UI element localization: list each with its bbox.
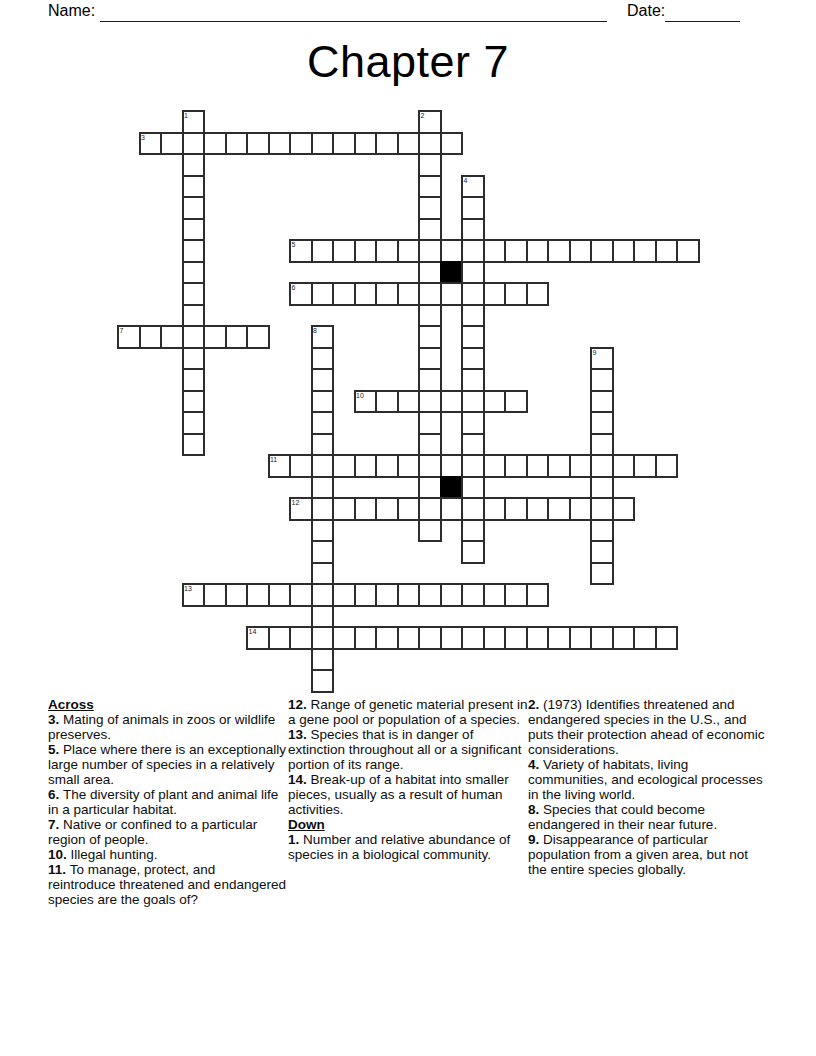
- grid-cell-r13c16[interactable]: [461, 390, 485, 414]
- grid-cell-r10c14[interactable]: [418, 325, 442, 349]
- grid-cell-r16c24[interactable]: [633, 454, 657, 478]
- worksheet-page: Name: Date: Chapter 7 123456789101112131…: [0, 0, 816, 1056]
- grid-cell-r14c14[interactable]: [418, 411, 442, 435]
- grid-cell-r19c9[interactable]: [311, 519, 335, 543]
- clue-number-1: 1: [184, 112, 188, 120]
- clue-number-label-4: 4.: [528, 757, 543, 772]
- clue-number-14: 14: [249, 628, 257, 636]
- grid-cell-r8c9[interactable]: [311, 282, 335, 306]
- grid-cell-r18c21[interactable]: [569, 497, 593, 521]
- grid-cell-r8c17[interactable]: [483, 282, 507, 306]
- grid-cell-r19c22[interactable]: [590, 519, 614, 543]
- grid-cell-r8c10[interactable]: [332, 282, 356, 306]
- clue-number-4: 4: [464, 177, 468, 185]
- grid-cell-r1c11[interactable]: [354, 132, 378, 156]
- grid-cell-r6c3[interactable]: [182, 239, 206, 263]
- clue-5: 5. Place where there is an exceptionally…: [48, 742, 286, 787]
- grid-cell-r16c10[interactable]: [332, 454, 356, 478]
- clue-3: 3. Mating of animals in zoos or wildlife…: [48, 712, 286, 742]
- grid-cell-r1c3[interactable]: [182, 132, 206, 156]
- clue-14: 14. Break-up of a habitat into smaller p…: [288, 772, 530, 817]
- grid-cell-r8c16[interactable]: [461, 282, 485, 306]
- grid-cell-r24c16[interactable]: [461, 626, 485, 650]
- grid-cell-r12c3[interactable]: [182, 368, 206, 392]
- grid-cell-r16c11[interactable]: [354, 454, 378, 478]
- grid-cell-r15c22[interactable]: [590, 433, 614, 457]
- grid-cell-r18c13[interactable]: [397, 497, 421, 521]
- grid-cell-r2c3[interactable]: [182, 153, 206, 177]
- grid-cell-r6c17[interactable]: [483, 239, 507, 263]
- grid-cell-r16c16[interactable]: [461, 454, 485, 478]
- grid-cell-r8c13[interactable]: [397, 282, 421, 306]
- grid-cell-r8c15[interactable]: [440, 282, 464, 306]
- grid-cell-r22c12[interactable]: [375, 583, 399, 607]
- grid-cell-r1c13[interactable]: [397, 132, 421, 156]
- grid-cell-r1c14[interactable]: [418, 132, 442, 156]
- grid-cell-r22c5[interactable]: [225, 583, 249, 607]
- clue-number-label-12: 12.: [288, 697, 311, 712]
- grid-cell-r8c11[interactable]: [354, 282, 378, 306]
- grid-cell-r22c11[interactable]: [354, 583, 378, 607]
- grid-cell-r22c19[interactable]: [526, 583, 550, 607]
- grid-cell-r12c9[interactable]: [311, 368, 335, 392]
- clue-number-5: 5: [292, 241, 296, 249]
- grid-cell-r10c5[interactable]: [225, 325, 249, 349]
- grid-cell-r24c12[interactable]: [375, 626, 399, 650]
- grid-cell-r14c22[interactable]: [590, 411, 614, 435]
- grid-cell-r14c16[interactable]: [461, 411, 485, 435]
- grid-cell-r6c19[interactable]: [526, 239, 550, 263]
- grid-cell-r8c18[interactable]: [504, 282, 528, 306]
- crossword-board: 1234567891011121314: [117, 110, 701, 694]
- grid-cell-r18c20[interactable]: [547, 497, 571, 521]
- grid-cell-r22c10[interactable]: [332, 583, 356, 607]
- grid-cell-r8c19[interactable]: [526, 282, 550, 306]
- clue-number-label-5: 5.: [48, 742, 63, 757]
- clue-4: 4. Variety of habitats, living communiti…: [528, 757, 768, 802]
- grid-cell-r6c15[interactable]: [440, 239, 464, 263]
- clue-number-13: 13: [184, 585, 192, 593]
- clue-number-label-10: 10.: [48, 847, 71, 862]
- grid-cell-r18c14[interactable]: [418, 497, 442, 521]
- grid-cell-r6c18[interactable]: [504, 239, 528, 263]
- grid-cell-r22c13[interactable]: [397, 583, 421, 607]
- grid-cell-r7c14[interactable]: [418, 261, 442, 285]
- clue-number-label-3: 3.: [48, 712, 63, 727]
- grid-cell-r24c22[interactable]: [590, 626, 614, 650]
- clue-8: 8. Species that could become endangered …: [528, 802, 768, 832]
- grid-cell-r18c16[interactable]: [461, 497, 485, 521]
- grid-cell-r20c9[interactable]: [311, 540, 335, 564]
- grid-cell-r19c14[interactable]: [418, 519, 442, 543]
- grid-cell-r18c10[interactable]: [332, 497, 356, 521]
- grid-cell-r18c19[interactable]: [526, 497, 550, 521]
- grid-cell-r6c12[interactable]: [375, 239, 399, 263]
- grid-cell-r2c14[interactable]: [418, 153, 442, 177]
- grid-cell-r11c14[interactable]: [418, 347, 442, 371]
- grid-cell-r15c3[interactable]: [182, 433, 206, 457]
- clue-number-label-2: 2.: [528, 697, 543, 712]
- grid-cell-r18c23[interactable]: [612, 497, 636, 521]
- grid-cell-r24c13[interactable]: [397, 626, 421, 650]
- grid-cell-r22c8[interactable]: [289, 583, 313, 607]
- grid-cell-r22c17[interactable]: [483, 583, 507, 607]
- grid-cell-r6c13[interactable]: [397, 239, 421, 263]
- clue-number-label-9: 9.: [528, 832, 543, 847]
- page-title: Chapter 7: [0, 36, 816, 88]
- clue-number-8: 8: [313, 327, 317, 335]
- grid-cell-r6c9[interactable]: [311, 239, 335, 263]
- grid-cell-r13c13[interactable]: [397, 390, 421, 414]
- grid-cell-r16c15[interactable]: [440, 454, 464, 478]
- grid-cell-r9c16[interactable]: [461, 304, 485, 328]
- grid-cell-r11c3[interactable]: [182, 347, 206, 371]
- grid-cell-r22c18[interactable]: [504, 583, 528, 607]
- grid-cell-r22c7[interactable]: [268, 583, 292, 607]
- grid-cell-r26c9[interactable]: [311, 669, 335, 693]
- clue-9: 9. Disappearance of particular populatio…: [528, 832, 768, 877]
- clue-number-label-14: 14.: [288, 772, 311, 787]
- clues-column-3: 2. (1973) Identifies threatened and enda…: [528, 697, 768, 877]
- clue-number-6: 6: [292, 284, 296, 292]
- grid-cell-r16c21[interactable]: [569, 454, 593, 478]
- grid-cell-r13c12[interactable]: [375, 390, 399, 414]
- across-heading: Across: [48, 697, 286, 712]
- grid-cell-r12c16[interactable]: [461, 368, 485, 392]
- clue-number-9: 9: [593, 349, 597, 357]
- clue-7: 7. Native or confined to a particular re…: [48, 817, 286, 847]
- grid-cell-r18c18[interactable]: [504, 497, 528, 521]
- clue-6: 6. The diversity of plant and animal lif…: [48, 787, 286, 817]
- grid-cell-r1c7[interactable]: [268, 132, 292, 156]
- grid-cell-r10c16[interactable]: [461, 325, 485, 349]
- name-label: Name:: [48, 2, 95, 20]
- clue-number-label-13: 13.: [288, 727, 311, 742]
- grid-cell-r6c24[interactable]: [633, 239, 657, 263]
- grid-cell-r16c20[interactable]: [547, 454, 571, 478]
- grid-cell-r3c3[interactable]: [182, 175, 206, 199]
- grid-cell-r24c8[interactable]: [289, 626, 313, 650]
- grid-cell-r24c21[interactable]: [569, 626, 593, 650]
- grid-cell-r6c21[interactable]: [569, 239, 593, 263]
- clue-number-11: 11: [270, 456, 277, 464]
- grid-cell-r10c1[interactable]: [139, 325, 163, 349]
- grid-cell-r14c9[interactable]: [311, 411, 335, 435]
- clue-11: 11. To manage, protect, and reintroduce …: [48, 862, 286, 907]
- grid-cell-r24c7[interactable]: [268, 626, 292, 650]
- grid-cell-r16c13[interactable]: [397, 454, 421, 478]
- clues-column-2: 12. Range of genetic material present in…: [288, 697, 530, 862]
- grid-cell-r10c3[interactable]: [182, 325, 206, 349]
- grid-cell-r6c11[interactable]: [354, 239, 378, 263]
- grid-cell-r6c14[interactable]: [418, 239, 442, 263]
- grid-cell-r17c22[interactable]: [590, 476, 614, 500]
- clue-number-label-7: 7.: [48, 817, 63, 832]
- grid-cell-r24c18[interactable]: [504, 626, 528, 650]
- grid-cell-r5c16[interactable]: [461, 218, 485, 242]
- grid-cell-r23c9[interactable]: [311, 605, 335, 629]
- grid-cell-r24c15[interactable]: [440, 626, 464, 650]
- grid-cell-r7c16[interactable]: [461, 261, 485, 285]
- grid-cell-r22c14[interactable]: [418, 583, 442, 607]
- grid-cell-r1c2[interactable]: [160, 132, 184, 156]
- grid-cell-r12c22[interactable]: [590, 368, 614, 392]
- grid-cell-r4c16[interactable]: [461, 196, 485, 220]
- grid-cell-r13c22[interactable]: [590, 390, 614, 414]
- grid-cell-r13c14[interactable]: [418, 390, 442, 414]
- grid-cell-r21c22[interactable]: [590, 562, 614, 586]
- clue-number-3: 3: [141, 134, 145, 142]
- grid-cell-r24c24[interactable]: [633, 626, 657, 650]
- grid-cell-r22c16[interactable]: [461, 583, 485, 607]
- grid-cell-r6c10[interactable]: [332, 239, 356, 263]
- grid-cell-r14c3[interactable]: [182, 411, 206, 435]
- grid-cell-r11c9[interactable]: [311, 347, 335, 371]
- clue-number-12: 12: [292, 499, 300, 507]
- grid-cell-r1c10[interactable]: [332, 132, 356, 156]
- clue-number-label-11: 11.: [48, 862, 70, 877]
- grid-cell-r13c17[interactable]: [483, 390, 507, 414]
- grid-cell-r1c15[interactable]: [440, 132, 464, 156]
- grid-cell-r24c14[interactable]: [418, 626, 442, 650]
- grid-cell-r24c19[interactable]: [526, 626, 550, 650]
- grid-cell-r17c14[interactable]: [418, 476, 442, 500]
- grid-cell-r17c16[interactable]: [461, 476, 485, 500]
- grid-cell-r18c22[interactable]: [590, 497, 614, 521]
- grid-cell-r21c9[interactable]: [311, 562, 335, 586]
- grid-cell-r11c16[interactable]: [461, 347, 485, 371]
- grid-cell-r16c14[interactable]: [418, 454, 442, 478]
- grid-cell-r6c23[interactable]: [612, 239, 636, 263]
- grid-cell-r13c3[interactable]: [182, 390, 206, 414]
- grid-cell-r16c8[interactable]: [289, 454, 313, 478]
- grid-cell-r18c15[interactable]: [440, 497, 464, 521]
- grid-cell-r8c12[interactable]: [375, 282, 399, 306]
- down-heading: Down: [288, 817, 530, 832]
- grid-cell-r7c3[interactable]: [182, 261, 206, 285]
- grid-cell-r22c9[interactable]: [311, 583, 335, 607]
- grid-cell-r13c9[interactable]: [311, 390, 335, 414]
- clue-number-label-6: 6.: [48, 787, 63, 802]
- grid-cell-r16c22[interactable]: [590, 454, 614, 478]
- grid-cell-r18c9[interactable]: [311, 497, 335, 521]
- grid-cell-r25c9[interactable]: [311, 648, 335, 672]
- clue-number-7: 7: [120, 327, 124, 335]
- clue-10: 10. Illegal hunting.: [48, 847, 286, 862]
- grid-cell-r20c16[interactable]: [461, 540, 485, 564]
- grid-cell-r18c12[interactable]: [375, 497, 399, 521]
- grid-cell-r16c25[interactable]: [655, 454, 679, 478]
- grid-cell-r24c23[interactable]: [612, 626, 636, 650]
- grid-cell-r5c14[interactable]: [418, 218, 442, 242]
- clue-number-label-1: 1.: [288, 832, 303, 847]
- clue-number-label-8: 8.: [528, 802, 543, 817]
- grid-cell-r3c14[interactable]: [418, 175, 442, 199]
- clue-number-2: 2: [421, 112, 425, 120]
- clue-1: 1. Number and relative abundance of spec…: [288, 832, 530, 862]
- grid-cell-r24c20[interactable]: [547, 626, 571, 650]
- grid-cell-r1c5[interactable]: [225, 132, 249, 156]
- grid-cell-r6c16[interactable]: [461, 239, 485, 263]
- grid-cell-r13c15[interactable]: [440, 390, 464, 414]
- clue-number-10: 10: [356, 392, 364, 400]
- grid-cell-r16c12[interactable]: [375, 454, 399, 478]
- grid-cell-r6c20[interactable]: [547, 239, 571, 263]
- name-blank-line[interactable]: [100, 5, 607, 22]
- grid-cell-r16c23[interactable]: [612, 454, 636, 478]
- grid-cell-r1c4[interactable]: [203, 132, 227, 156]
- grid-cell-r22c15[interactable]: [440, 583, 464, 607]
- clues-column-1: Across3. Mating of animals in zoos or wi…: [48, 697, 286, 907]
- grid-cell-r24c11[interactable]: [354, 626, 378, 650]
- grid-cell-r24c25[interactable]: [655, 626, 679, 650]
- grid-cell-r18c17[interactable]: [483, 497, 507, 521]
- grid-cell-r9c3[interactable]: [182, 304, 206, 328]
- black-cell-r7c15: [440, 261, 464, 285]
- grid-cell-r22c6[interactable]: [246, 583, 270, 607]
- grid-cell-r13c18[interactable]: [504, 390, 528, 414]
- grid-cell-r17c9[interactable]: [311, 476, 335, 500]
- grid-cell-r1c6[interactable]: [246, 132, 270, 156]
- grid-cell-r24c17[interactable]: [483, 626, 507, 650]
- grid-cell-r20c22[interactable]: [590, 540, 614, 564]
- grid-cell-r15c16[interactable]: [461, 433, 485, 457]
- grid-cell-r16c17[interactable]: [483, 454, 507, 478]
- grid-cell-r10c2[interactable]: [160, 325, 184, 349]
- grid-cell-r9c14[interactable]: [418, 304, 442, 328]
- clue-2: 2. (1973) Identifies threatened and enda…: [528, 697, 768, 757]
- grid-cell-r6c22[interactable]: [590, 239, 614, 263]
- grid-cell-r19c16[interactable]: [461, 519, 485, 543]
- grid-cell-r22c4[interactable]: [203, 583, 227, 607]
- grid-cell-r16c19[interactable]: [526, 454, 550, 478]
- grid-cell-r15c9[interactable]: [311, 433, 335, 457]
- grid-cell-r10c4[interactable]: [203, 325, 227, 349]
- grid-cell-r24c10[interactable]: [332, 626, 356, 650]
- grid-cell-r1c9[interactable]: [311, 132, 335, 156]
- date-blank-line[interactable]: [665, 5, 740, 22]
- grid-cell-r12c14[interactable]: [418, 368, 442, 392]
- grid-cell-r1c8[interactable]: [289, 132, 313, 156]
- black-cell-r17c15: [440, 476, 464, 500]
- grid-cell-r6c25[interactable]: [655, 239, 679, 263]
- grid-cell-r4c3[interactable]: [182, 196, 206, 220]
- grid-cell-r18c11[interactable]: [354, 497, 378, 521]
- grid-cell-r8c3[interactable]: [182, 282, 206, 306]
- grid-cell-r4c14[interactable]: [418, 196, 442, 220]
- grid-cell-r16c18[interactable]: [504, 454, 528, 478]
- grid-cell-r8c14[interactable]: [418, 282, 442, 306]
- grid-cell-r15c14[interactable]: [418, 433, 442, 457]
- grid-cell-r6c26[interactable]: [676, 239, 700, 263]
- grid-cell-r1c12[interactable]: [375, 132, 399, 156]
- clue-12: 12. Range of genetic material present in…: [288, 697, 530, 727]
- grid-cell-r10c6[interactable]: [246, 325, 270, 349]
- date-label: Date:: [627, 2, 665, 20]
- grid-cell-r16c9[interactable]: [311, 454, 335, 478]
- grid-cell-r24c9[interactable]: [311, 626, 335, 650]
- grid-cell-r5c3[interactable]: [182, 218, 206, 242]
- clue-13: 13. Species that is in danger of extinct…: [288, 727, 530, 772]
